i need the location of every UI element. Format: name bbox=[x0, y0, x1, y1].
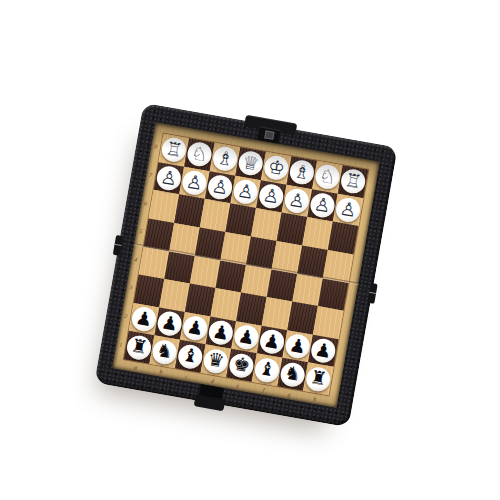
piece-wB-c8: ♗ bbox=[211, 145, 239, 173]
square-h7: ♙ bbox=[333, 193, 364, 226]
piece-wP-g7: ♙ bbox=[309, 191, 337, 219]
hinge-left bbox=[113, 235, 123, 256]
chess-case-frame: 87654321 abcdefgh ♖♘♗♕♔♗♘♖♙♙♙♙♙♙♙♙♟♟♟♟♟♟… bbox=[94, 103, 397, 427]
piece-bQ-d1: ♛ bbox=[202, 347, 230, 375]
piece-bP-c2: ♟ bbox=[181, 314, 209, 342]
piece-wN-b8: ♘ bbox=[186, 141, 214, 169]
piece-wN-g8: ♘ bbox=[314, 163, 342, 191]
piece-wB-f8: ♗ bbox=[288, 159, 316, 187]
piece-bP-a2: ♟ bbox=[130, 305, 158, 333]
product-photo: 87654321 abcdefgh ♖♘♗♕♔♗♘♖♙♙♙♙♙♙♙♙♟♟♟♟♟♟… bbox=[0, 0, 500, 500]
piece-bP-h2: ♟ bbox=[309, 337, 337, 365]
square-h2: ♟ bbox=[308, 334, 339, 367]
square-h1: ♜ bbox=[303, 363, 334, 396]
piece-bN-g1: ♞ bbox=[279, 361, 307, 389]
piece-wQ-d8: ♕ bbox=[237, 150, 265, 178]
piece-wR-a8: ♖ bbox=[160, 136, 188, 164]
piece-wP-d7: ♙ bbox=[232, 178, 260, 206]
piece-bB-f1: ♝ bbox=[253, 356, 281, 384]
piece-bB-c1: ♝ bbox=[176, 342, 204, 370]
piece-bP-d2: ♟ bbox=[207, 319, 235, 347]
piece-bP-f2: ♟ bbox=[258, 328, 286, 356]
piece-wK-e8: ♔ bbox=[262, 154, 290, 182]
piece-wP-e7: ♙ bbox=[257, 182, 285, 210]
hinge-right bbox=[367, 283, 377, 304]
square-h8: ♖ bbox=[338, 165, 369, 198]
piece-wP-f7: ♙ bbox=[283, 187, 311, 215]
square-h4 bbox=[318, 278, 349, 311]
piece-wP-c7: ♙ bbox=[206, 173, 234, 201]
square-h6 bbox=[328, 222, 359, 255]
piece-wP-b7: ♙ bbox=[181, 169, 209, 197]
piece-wP-a7: ♙ bbox=[155, 164, 183, 192]
piece-bP-b2: ♟ bbox=[156, 310, 184, 338]
square-h3 bbox=[313, 306, 344, 339]
piece-bN-b1: ♞ bbox=[151, 338, 179, 366]
piece-bR-h1: ♜ bbox=[304, 365, 332, 393]
piece-bP-e2: ♟ bbox=[233, 323, 261, 351]
latch-pin bbox=[264, 130, 274, 139]
piece-bK-e1: ♚ bbox=[228, 352, 256, 380]
piece-bP-g2: ♟ bbox=[284, 332, 312, 360]
piece-wP-h7: ♙ bbox=[334, 196, 362, 224]
piece-wR-h8: ♖ bbox=[339, 168, 367, 196]
board-surface: 87654321 abcdefgh ♖♘♗♕♔♗♘♖♙♙♙♙♙♙♙♙♟♟♟♟♟♟… bbox=[112, 122, 380, 408]
piece-bR-a1: ♜ bbox=[125, 333, 153, 361]
